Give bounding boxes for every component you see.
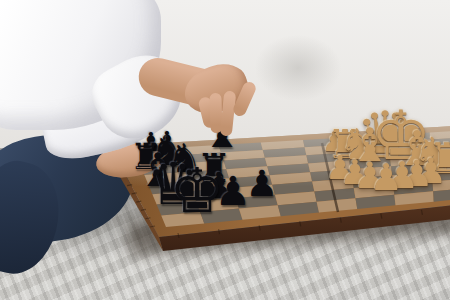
photo-scene: ♟♟♜♞♝♞♜♛♚♟♟♟♝♟♟♟♟♟♟♟♟♜♞♝♛♚♝♞♜ — [0, 0, 450, 300]
white-pawn[interactable]: ♟ — [369, 159, 402, 196]
black-king[interactable]: ♚ — [169, 160, 225, 222]
